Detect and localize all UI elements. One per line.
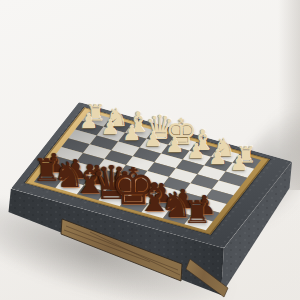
photo-chess-set-scene: ♜♞♝♛♚♝♞♜♟♟♟♟♟♟♟♟♟♟♟♟♟♟♟♟♜♞♝♛♚♝♞♜ [0,0,300,300]
